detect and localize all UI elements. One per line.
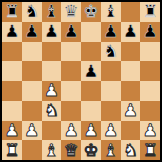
- square-a8[interactable]: ♜: [2, 2, 22, 22]
- square-f5[interactable]: [101, 61, 121, 81]
- square-c3[interactable]: ♞: [42, 101, 62, 121]
- piece-black-pawn[interactable]: ♟: [123, 22, 138, 41]
- square-a5[interactable]: [2, 61, 22, 81]
- square-e4[interactable]: [81, 81, 101, 101]
- piece-black-pawn[interactable]: ♟: [24, 22, 39, 41]
- square-e8[interactable]: ♚: [81, 2, 101, 22]
- square-c5[interactable]: [42, 61, 62, 81]
- piece-black-pawn[interactable]: ♟: [143, 22, 158, 41]
- square-g6[interactable]: [121, 42, 141, 62]
- square-b3[interactable]: [22, 101, 42, 121]
- chess-board: ♜♞♝♛♚♝♜♟♟♟♟♟♟♟♞♟♟♞♟♟♟♟♟♟♟♜♝♛♚♝♞♜: [2, 2, 160, 160]
- piece-white-knight[interactable]: ♞: [44, 101, 59, 120]
- piece-white-pawn[interactable]: ♟: [143, 120, 158, 139]
- piece-white-queen[interactable]: ♛: [64, 140, 79, 159]
- piece-black-knight[interactable]: ♞: [24, 2, 39, 21]
- square-h3[interactable]: [140, 101, 160, 121]
- piece-white-king[interactable]: ♚: [83, 140, 98, 159]
- square-d6[interactable]: [61, 42, 81, 62]
- piece-black-queen[interactable]: ♛: [64, 2, 79, 21]
- square-f7[interactable]: ♟: [101, 22, 121, 42]
- piece-white-pawn[interactable]: ♟: [83, 120, 98, 139]
- square-e3[interactable]: [81, 101, 101, 121]
- square-f2[interactable]: ♟: [101, 121, 121, 141]
- square-f8[interactable]: ♝: [101, 2, 121, 22]
- piece-white-rook[interactable]: ♜: [143, 140, 158, 159]
- square-b1[interactable]: [22, 140, 42, 160]
- square-h7[interactable]: ♟: [140, 22, 160, 42]
- square-e5[interactable]: ♟: [81, 61, 101, 81]
- square-c7[interactable]: ♟: [42, 22, 62, 42]
- square-d7[interactable]: ♟: [61, 22, 81, 42]
- square-d1[interactable]: ♛: [61, 140, 81, 160]
- square-e6[interactable]: [81, 42, 101, 62]
- square-h8[interactable]: ♜: [140, 2, 160, 22]
- square-e7[interactable]: [81, 22, 101, 42]
- square-h1[interactable]: ♜: [140, 140, 160, 160]
- square-g5[interactable]: [121, 61, 141, 81]
- square-g3[interactable]: ♟: [121, 101, 141, 121]
- square-h5[interactable]: [140, 61, 160, 81]
- square-c8[interactable]: ♝: [42, 2, 62, 22]
- square-h6[interactable]: [140, 42, 160, 62]
- square-g1[interactable]: ♞: [121, 140, 141, 160]
- square-d4[interactable]: [61, 81, 81, 101]
- square-f1[interactable]: ♝: [101, 140, 121, 160]
- square-g4[interactable]: [121, 81, 141, 101]
- square-c2[interactable]: [42, 121, 62, 141]
- square-d5[interactable]: [61, 61, 81, 81]
- piece-black-rook[interactable]: ♜: [4, 2, 19, 21]
- square-b2[interactable]: ♟: [22, 121, 42, 141]
- square-c1[interactable]: ♝: [42, 140, 62, 160]
- square-b4[interactable]: [22, 81, 42, 101]
- square-d8[interactable]: ♛: [61, 2, 81, 22]
- square-d2[interactable]: ♟: [61, 121, 81, 141]
- square-g7[interactable]: ♟: [121, 22, 141, 42]
- piece-white-pawn[interactable]: ♟: [103, 120, 118, 139]
- piece-white-pawn[interactable]: ♟: [4, 120, 19, 139]
- square-b7[interactable]: ♟: [22, 22, 42, 42]
- square-a4[interactable]: [2, 81, 22, 101]
- piece-white-pawn[interactable]: ♟: [24, 120, 39, 139]
- piece-black-knight[interactable]: ♞: [103, 41, 118, 60]
- square-h4[interactable]: [140, 81, 160, 101]
- square-f6[interactable]: ♞: [101, 42, 121, 62]
- square-f4[interactable]: [101, 81, 121, 101]
- piece-black-pawn[interactable]: ♟: [64, 22, 79, 41]
- chess-board-frame: ♜♞♝♛♚♝♜♟♟♟♟♟♟♟♞♟♟♞♟♟♟♟♟♟♟♜♝♛♚♝♞♜: [0, 0, 162, 162]
- piece-black-king[interactable]: ♚: [83, 2, 98, 21]
- square-a1[interactable]: ♜: [2, 140, 22, 160]
- square-a7[interactable]: ♟: [2, 22, 22, 42]
- piece-black-pawn[interactable]: ♟: [4, 22, 19, 41]
- square-c6[interactable]: [42, 42, 62, 62]
- square-e1[interactable]: ♚: [81, 140, 101, 160]
- piece-white-pawn[interactable]: ♟: [64, 120, 79, 139]
- piece-black-pawn[interactable]: ♟: [83, 61, 98, 80]
- square-c4[interactable]: ♟: [42, 81, 62, 101]
- piece-white-bishop[interactable]: ♝: [44, 140, 59, 159]
- square-d3[interactable]: [61, 101, 81, 121]
- square-g2[interactable]: [121, 121, 141, 141]
- piece-white-rook[interactable]: ♜: [4, 140, 19, 159]
- square-a2[interactable]: ♟: [2, 121, 22, 141]
- piece-white-knight[interactable]: ♞: [123, 140, 138, 159]
- piece-white-pawn[interactable]: ♟: [123, 101, 138, 120]
- square-b6[interactable]: [22, 42, 42, 62]
- piece-white-bishop[interactable]: ♝: [103, 140, 118, 159]
- piece-black-bishop[interactable]: ♝: [44, 2, 59, 21]
- piece-black-pawn[interactable]: ♟: [103, 22, 118, 41]
- square-h2[interactable]: ♟: [140, 121, 160, 141]
- square-a6[interactable]: [2, 42, 22, 62]
- piece-black-pawn[interactable]: ♟: [44, 22, 59, 41]
- square-b5[interactable]: [22, 61, 42, 81]
- square-a3[interactable]: [2, 101, 22, 121]
- square-b8[interactable]: ♞: [22, 2, 42, 22]
- piece-black-rook[interactable]: ♜: [143, 2, 158, 21]
- square-f3[interactable]: [101, 101, 121, 121]
- piece-white-pawn[interactable]: ♟: [44, 81, 59, 100]
- piece-black-bishop[interactable]: ♝: [103, 2, 118, 21]
- square-e2[interactable]: ♟: [81, 121, 101, 141]
- square-g8[interactable]: [121, 2, 141, 22]
